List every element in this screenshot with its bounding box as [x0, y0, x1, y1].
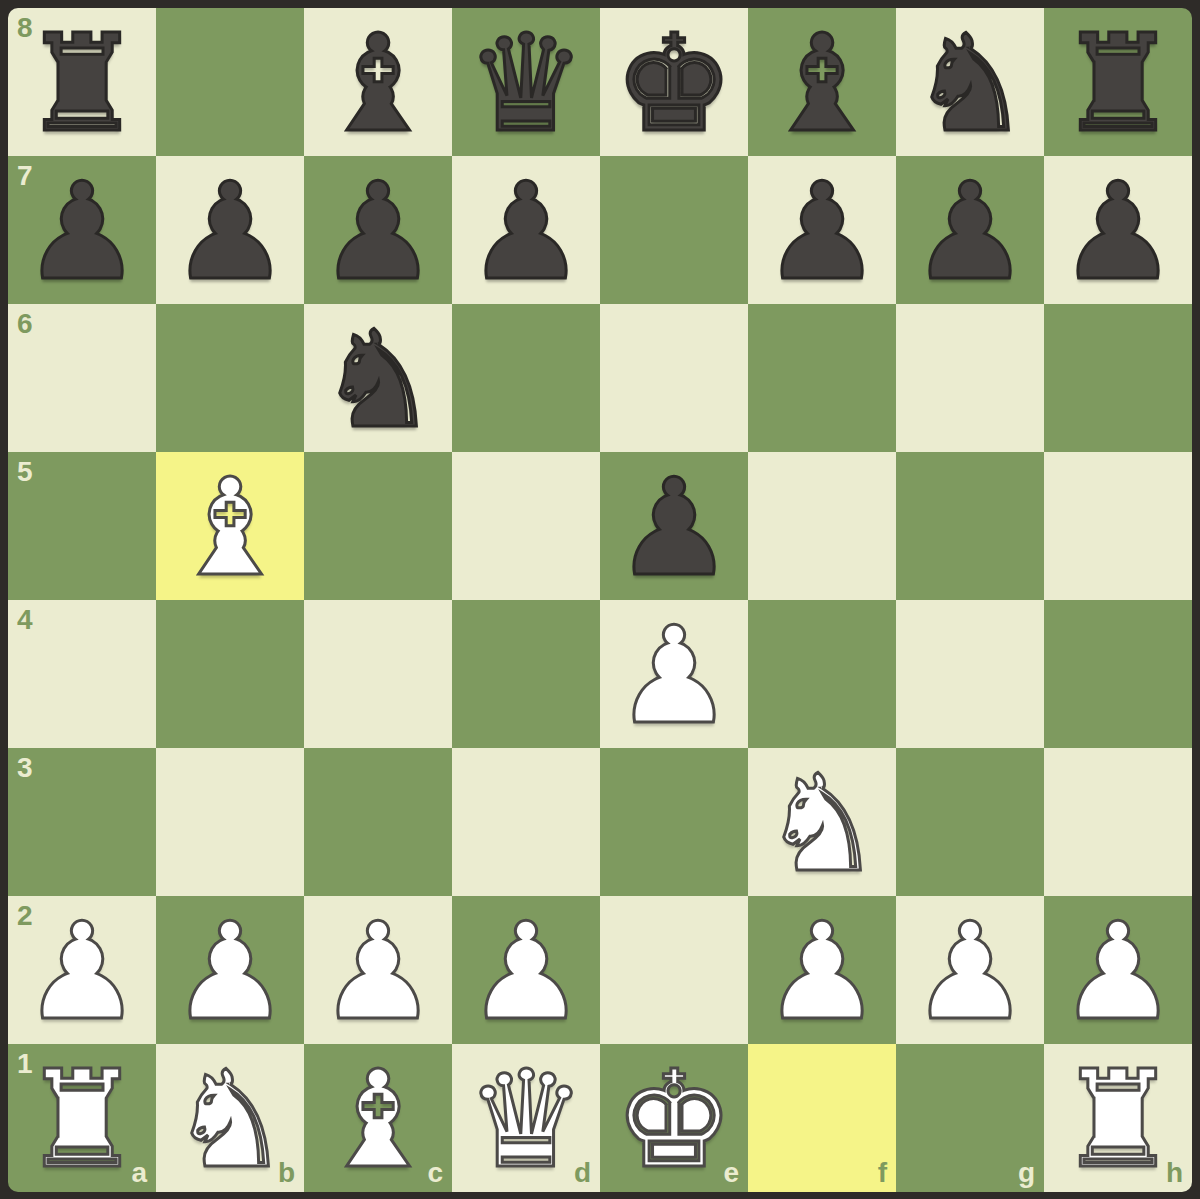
- square-d6[interactable]: [452, 304, 600, 452]
- black-pawn-c7[interactable]: ♟: [304, 158, 452, 306]
- white-pawn-a2[interactable]: ♟: [8, 898, 156, 1046]
- square-h2[interactable]: ♟: [1044, 896, 1192, 1044]
- square-e6[interactable]: [600, 304, 748, 452]
- square-f7[interactable]: ♟: [748, 156, 896, 304]
- white-pawn-e4[interactable]: ♟: [600, 602, 748, 750]
- square-c1[interactable]: c♝: [304, 1044, 452, 1192]
- square-e5[interactable]: ♟: [600, 452, 748, 600]
- square-b4[interactable]: [156, 600, 304, 748]
- square-d8[interactable]: ♛: [452, 8, 600, 156]
- square-a4[interactable]: 4: [8, 600, 156, 748]
- square-f8[interactable]: ♝: [748, 8, 896, 156]
- square-e3[interactable]: [600, 748, 748, 896]
- square-h7[interactable]: ♟: [1044, 156, 1192, 304]
- black-pawn-d7[interactable]: ♟: [452, 158, 600, 306]
- square-d2[interactable]: ♟: [452, 896, 600, 1044]
- chess-board: 8♜♝♛♚♝♞♜7♟♟♟♟♟♟♟6♞5♝♟4♟3♞2♟♟♟♟♟♟♟1a♜b♞c♝…: [8, 8, 1192, 1192]
- square-c6[interactable]: ♞: [304, 304, 452, 452]
- white-rook-h1[interactable]: ♜: [1044, 1046, 1192, 1192]
- square-e7[interactable]: [600, 156, 748, 304]
- square-h1[interactable]: h♜: [1044, 1044, 1192, 1192]
- square-a7[interactable]: 7♟: [8, 156, 156, 304]
- square-e4[interactable]: ♟: [600, 600, 748, 748]
- square-c3[interactable]: [304, 748, 452, 896]
- square-c7[interactable]: ♟: [304, 156, 452, 304]
- square-b7[interactable]: ♟: [156, 156, 304, 304]
- square-g2[interactable]: ♟: [896, 896, 1044, 1044]
- black-rook-a8[interactable]: ♜: [8, 10, 156, 158]
- square-h6[interactable]: [1044, 304, 1192, 452]
- square-e2[interactable]: [600, 896, 748, 1044]
- white-pawn-d2[interactable]: ♟: [452, 898, 600, 1046]
- black-knight-g8[interactable]: ♞: [896, 10, 1044, 158]
- rank-label-6: 6: [17, 310, 33, 338]
- square-a5[interactable]: 5: [8, 452, 156, 600]
- black-bishop-c8[interactable]: ♝: [304, 10, 452, 158]
- square-b6[interactable]: [156, 304, 304, 452]
- black-pawn-a7[interactable]: ♟: [8, 158, 156, 306]
- white-queen-d1[interactable]: ♛: [452, 1046, 600, 1192]
- white-pawn-f2[interactable]: ♟: [748, 898, 896, 1046]
- white-knight-f3[interactable]: ♞: [748, 750, 896, 898]
- square-d4[interactable]: [452, 600, 600, 748]
- white-pawn-h2[interactable]: ♟: [1044, 898, 1192, 1046]
- square-c5[interactable]: [304, 452, 452, 600]
- black-pawn-b7[interactable]: ♟: [156, 158, 304, 306]
- square-a8[interactable]: 8♜: [8, 8, 156, 156]
- square-a6[interactable]: 6: [8, 304, 156, 452]
- square-g8[interactable]: ♞: [896, 8, 1044, 156]
- square-g1[interactable]: g: [896, 1044, 1044, 1192]
- square-g5[interactable]: [896, 452, 1044, 600]
- square-a2[interactable]: 2♟: [8, 896, 156, 1044]
- square-h5[interactable]: [1044, 452, 1192, 600]
- black-queen-d8[interactable]: ♛: [452, 10, 600, 158]
- square-f6[interactable]: [748, 304, 896, 452]
- black-pawn-g7[interactable]: ♟: [896, 158, 1044, 306]
- black-pawn-e5[interactable]: ♟: [600, 454, 748, 602]
- square-g6[interactable]: [896, 304, 1044, 452]
- square-h8[interactable]: ♜: [1044, 8, 1192, 156]
- square-d5[interactable]: [452, 452, 600, 600]
- rank-label-4: 4: [17, 606, 33, 634]
- square-b8[interactable]: [156, 8, 304, 156]
- white-rook-a1[interactable]: ♜: [8, 1046, 156, 1192]
- board-frame: 8♜♝♛♚♝♞♜7♟♟♟♟♟♟♟6♞5♝♟4♟3♞2♟♟♟♟♟♟♟1a♜b♞c♝…: [0, 0, 1200, 1199]
- square-h3[interactable]: [1044, 748, 1192, 896]
- white-bishop-b5[interactable]: ♝: [156, 454, 304, 602]
- white-pawn-g2[interactable]: ♟: [896, 898, 1044, 1046]
- white-pawn-b2[interactable]: ♟: [156, 898, 304, 1046]
- square-g7[interactable]: ♟: [896, 156, 1044, 304]
- rank-label-5: 5: [17, 458, 33, 486]
- white-king-e1[interactable]: ♚: [600, 1046, 748, 1192]
- black-pawn-h7[interactable]: ♟: [1044, 158, 1192, 306]
- square-b5[interactable]: ♝: [156, 452, 304, 600]
- file-label-f: f: [878, 1159, 887, 1187]
- square-f5[interactable]: [748, 452, 896, 600]
- square-d3[interactable]: [452, 748, 600, 896]
- white-bishop-c1[interactable]: ♝: [304, 1046, 452, 1192]
- square-h4[interactable]: [1044, 600, 1192, 748]
- square-d1[interactable]: d♛: [452, 1044, 600, 1192]
- square-b3[interactable]: [156, 748, 304, 896]
- square-c8[interactable]: ♝: [304, 8, 452, 156]
- square-f4[interactable]: [748, 600, 896, 748]
- square-f1[interactable]: f: [748, 1044, 896, 1192]
- black-rook-h8[interactable]: ♜: [1044, 10, 1192, 158]
- square-d7[interactable]: ♟: [452, 156, 600, 304]
- square-f3[interactable]: ♞: [748, 748, 896, 896]
- square-b2[interactable]: ♟: [156, 896, 304, 1044]
- white-knight-b1[interactable]: ♞: [156, 1046, 304, 1192]
- square-a3[interactable]: 3: [8, 748, 156, 896]
- square-b1[interactable]: b♞: [156, 1044, 304, 1192]
- square-e1[interactable]: e♚: [600, 1044, 748, 1192]
- black-knight-c6[interactable]: ♞: [304, 306, 452, 454]
- square-g4[interactable]: [896, 600, 1044, 748]
- white-pawn-c2[interactable]: ♟: [304, 898, 452, 1046]
- black-pawn-f7[interactable]: ♟: [748, 158, 896, 306]
- square-e8[interactable]: ♚: [600, 8, 748, 156]
- square-a1[interactable]: 1a♜: [8, 1044, 156, 1192]
- file-label-g: g: [1018, 1159, 1035, 1187]
- square-f2[interactable]: ♟: [748, 896, 896, 1044]
- square-c2[interactable]: ♟: [304, 896, 452, 1044]
- rank-label-3: 3: [17, 754, 33, 782]
- black-bishop-f8[interactable]: ♝: [748, 10, 896, 158]
- square-c4[interactable]: [304, 600, 452, 748]
- black-king-e8[interactable]: ♚: [600, 10, 748, 158]
- square-g3[interactable]: [896, 748, 1044, 896]
